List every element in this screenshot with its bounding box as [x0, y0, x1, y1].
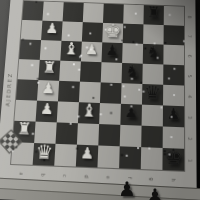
white-pawn[interactable]: ♟ [85, 42, 99, 57]
white-pawn[interactable]: ♟ [45, 21, 59, 35]
file-label-f: f [127, 175, 133, 182]
file-label-c: c [62, 172, 69, 179]
square-d5[interactable] [80, 61, 102, 82]
board-grid: ♜♟♚♝♟♟♞♜♞♟♛♟♝♟♟♜♛♟♚ [11, 1, 184, 171]
rank-label-1: 1 [187, 157, 193, 164]
square-c6[interactable]: ♝ [60, 41, 82, 62]
white-queen[interactable]: ♛ [35, 142, 54, 162]
square-d6[interactable]: ♟ [81, 42, 102, 63]
white-king[interactable]: ♚ [104, 21, 122, 40]
rank-label-4: 4 [187, 93, 193, 99]
square-e5[interactable] [101, 62, 122, 83]
square-h7[interactable] [164, 25, 184, 45]
square-e7[interactable]: ♚ [102, 23, 123, 43]
square-f7[interactable] [123, 24, 144, 44]
square-e4[interactable] [100, 82, 122, 103]
board-brand-text: AJEDREZ [4, 20, 17, 106]
square-g1[interactable] [141, 147, 163, 170]
square-e2[interactable] [98, 124, 120, 146]
file-label-g: g [149, 176, 155, 183]
square-c8[interactable] [63, 2, 84, 22]
black-queen[interactable]: ♛ [144, 83, 161, 102]
square-e1[interactable] [97, 145, 119, 168]
square-e3[interactable] [99, 103, 121, 125]
black-pawn[interactable]: ♟ [105, 43, 119, 58]
square-c5[interactable] [59, 61, 81, 82]
chessboard-photo: ♜♟♚♝♟♟♞♜♞♟♛♟♝♟♟♜♛♟♚ AJEDREZ abcdefgh 876… [0, 0, 200, 200]
board-frame: ♜♟♚♝♟♟♞♜♞♟♛♟♝♟♟♜♛♟♚ AJEDREZ abcdefgh 876… [0, 0, 197, 199]
square-a6[interactable] [19, 39, 41, 60]
square-c3[interactable] [57, 101, 79, 123]
square-b5[interactable]: ♜ [38, 60, 60, 81]
square-e6[interactable]: ♟ [101, 42, 122, 63]
rank-label-5: 5 [187, 73, 193, 79]
square-g3[interactable] [142, 105, 163, 127]
square-h4[interactable] [163, 85, 184, 106]
file-label-d: d [84, 173, 90, 180]
square-a8[interactable] [22, 1, 43, 21]
square-d3[interactable]: ♝ [78, 102, 100, 124]
white-pawn[interactable]: ♟ [41, 81, 55, 96]
white-rook[interactable]: ♜ [42, 60, 57, 76]
black-rook[interactable]: ♜ [147, 5, 161, 20]
black-king[interactable]: ♚ [164, 146, 183, 168]
square-f2[interactable] [120, 125, 142, 147]
square-b3[interactable]: ♟ [36, 101, 58, 123]
rank-label-7: 7 [187, 33, 193, 39]
black-knight[interactable]: ♞ [146, 43, 161, 60]
square-h8[interactable] [164, 6, 184, 26]
square-a5[interactable] [18, 59, 40, 80]
black-pawn[interactable]: ♟ [124, 104, 138, 120]
rank-label-6: 6 [187, 53, 193, 59]
file-label-b: b [40, 171, 47, 178]
white-pawn[interactable]: ♟ [80, 145, 94, 161]
square-h5[interactable] [163, 64, 184, 85]
white-bishop[interactable]: ♝ [81, 101, 98, 120]
square-a4[interactable] [16, 79, 38, 100]
white-pawn[interactable]: ♟ [40, 101, 54, 116]
square-b7[interactable]: ♟ [41, 21, 62, 41]
rank-label-3: 3 [187, 114, 193, 120]
square-f5[interactable]: ♞ [122, 63, 143, 84]
square-c2[interactable] [55, 122, 77, 144]
square-b1[interactable]: ♛ [33, 143, 56, 166]
square-d2[interactable] [77, 123, 99, 145]
rank-label-8: 8 [187, 14, 193, 20]
square-b8[interactable] [42, 2, 63, 22]
square-g8[interactable]: ♜ [143, 5, 163, 25]
square-c1[interactable] [54, 144, 77, 167]
square-f1[interactable] [119, 146, 141, 169]
white-rook[interactable]: ♜ [17, 121, 33, 138]
black-knight[interactable]: ♞ [124, 63, 139, 80]
black-pawn[interactable]: ♟ [167, 106, 181, 122]
square-c4[interactable] [58, 81, 80, 102]
white-bishop[interactable]: ♝ [63, 40, 80, 58]
file-label-h: h [171, 177, 177, 184]
square-b4[interactable]: ♟ [37, 80, 59, 101]
square-h1[interactable]: ♚ [162, 148, 184, 171]
square-d1[interactable]: ♟ [76, 145, 98, 168]
file-label-a: a [18, 171, 25, 178]
square-h6[interactable] [163, 45, 184, 66]
rank-label-2: 2 [187, 136, 193, 142]
square-f3[interactable]: ♟ [120, 104, 142, 126]
square-g6[interactable]: ♞ [143, 44, 164, 65]
square-g2[interactable] [141, 126, 163, 148]
square-h3[interactable]: ♟ [163, 105, 184, 127]
square-d7[interactable] [82, 22, 103, 42]
square-a7[interactable] [21, 20, 43, 40]
square-f8[interactable] [123, 4, 144, 24]
file-label-e: e [105, 174, 111, 181]
square-f4[interactable] [121, 83, 142, 104]
square-d8[interactable] [83, 3, 104, 23]
square-g4[interactable]: ♛ [142, 84, 163, 105]
